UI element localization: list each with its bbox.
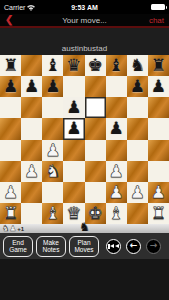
- piece-black-king[interactable]: ♚: [87, 55, 102, 76]
- bottom-toolbar: End Game Make Notes Plan Moves ← →: [0, 233, 169, 259]
- square-f5[interactable]: ♟: [106, 118, 127, 139]
- square-c1[interactable]: ♝: [42, 203, 63, 224]
- square-b1[interactable]: [21, 203, 42, 224]
- opponent-name: austinbustad: [62, 44, 107, 55]
- piece-white-rook[interactable]: ♜: [3, 203, 18, 224]
- piece-black-pawn[interactable]: ♟: [130, 76, 145, 97]
- square-a2[interactable]: ♟: [0, 182, 21, 203]
- piece-black-pawn[interactable]: ♟: [66, 118, 81, 139]
- make-notes-button[interactable]: Make Notes: [36, 236, 66, 257]
- square-d6[interactable]: ♟: [63, 97, 84, 118]
- square-a8[interactable]: ♜: [0, 55, 21, 76]
- piece-black-pawn[interactable]: ♟: [24, 76, 39, 97]
- square-h3[interactable]: [148, 161, 169, 182]
- square-g6[interactable]: [127, 97, 148, 118]
- square-e7[interactable]: [85, 76, 106, 97]
- square-h7[interactable]: ♟: [148, 76, 169, 97]
- piece-white-pawn[interactable]: ♟: [109, 161, 124, 182]
- end-game-button[interactable]: End Game: [3, 236, 33, 257]
- square-b7[interactable]: ♟: [21, 76, 42, 97]
- square-h1[interactable]: ♜: [148, 203, 169, 224]
- chess-board[interactable]: ♜♝♛♚♝♞♜♟♟♟♟♟♟♟♟♟♟♞♟♟♟♟♟♜♝♛♚♝♜: [0, 55, 169, 224]
- piece-black-pawn[interactable]: ♟: [66, 97, 81, 118]
- square-a5[interactable]: [0, 118, 21, 139]
- piece-black-pawn[interactable]: ♟: [109, 118, 124, 139]
- square-b6[interactable]: [21, 97, 42, 118]
- square-f4[interactable]: [106, 140, 127, 161]
- plan-moves-button[interactable]: Plan Moves: [69, 236, 99, 257]
- turn-status-label: Your move...: [0, 16, 169, 25]
- left-arrow-icon: ←: [130, 241, 138, 250]
- square-e1[interactable]: ♚: [85, 203, 106, 224]
- square-e4[interactable]: [85, 140, 106, 161]
- square-g5[interactable]: [127, 118, 148, 139]
- square-e3[interactable]: [85, 161, 106, 182]
- piece-black-knight[interactable]: ♞: [130, 55, 145, 76]
- captured-pieces-strip: ♞♟ +1 ♞: [0, 224, 169, 233]
- square-b5[interactable]: [21, 118, 42, 139]
- square-c2[interactable]: [42, 182, 63, 203]
- piece-black-pawn[interactable]: ♟: [3, 76, 18, 97]
- rewind-icon: [108, 244, 119, 249]
- battery-icon: [151, 4, 165, 10]
- square-c7[interactable]: ♟: [42, 76, 63, 97]
- square-e6[interactable]: [85, 97, 106, 118]
- square-c3[interactable]: ♞: [42, 161, 63, 182]
- square-f3[interactable]: ♟: [106, 161, 127, 182]
- square-d1[interactable]: ♛: [63, 203, 84, 224]
- square-g7[interactable]: ♟: [127, 76, 148, 97]
- square-b4[interactable]: [21, 140, 42, 161]
- piece-white-king[interactable]: ♚: [87, 203, 102, 224]
- chat-button[interactable]: chat: [149, 16, 164, 25]
- square-h2[interactable]: ♟: [148, 182, 169, 203]
- square-d8[interactable]: ♛: [63, 55, 84, 76]
- material-advantage: +1: [17, 226, 24, 232]
- piece-black-pawn[interactable]: ♟: [45, 76, 60, 97]
- square-f2[interactable]: ♟: [106, 182, 127, 203]
- square-f8[interactable]: ♝: [106, 55, 127, 76]
- piece-white-pawn[interactable]: ♟: [3, 182, 18, 203]
- bottom-spacer: [0, 259, 169, 300]
- piece-black-bishop[interactable]: ♝: [45, 55, 60, 76]
- square-e8[interactable]: ♚: [85, 55, 106, 76]
- square-f1[interactable]: ♝: [106, 203, 127, 224]
- opponent-row: austinbustad: [0, 28, 169, 55]
- rewind-to-start-button[interactable]: [106, 239, 121, 254]
- captured-white-knight-icon: ♞: [2, 225, 9, 233]
- piece-white-pawn[interactable]: ♟: [24, 161, 39, 182]
- next-move-button[interactable]: →: [146, 239, 161, 254]
- square-b3[interactable]: ♟: [21, 161, 42, 182]
- nav-bar: ❮ Your move... chat: [0, 14, 169, 26]
- square-h4[interactable]: [148, 140, 169, 161]
- square-d3[interactable]: [63, 161, 84, 182]
- square-d2[interactable]: [63, 182, 84, 203]
- square-b8[interactable]: [21, 55, 42, 76]
- square-f6[interactable]: [106, 97, 127, 118]
- clock-time: 9:53 AM: [0, 4, 169, 11]
- square-e5[interactable]: [85, 118, 106, 139]
- piece-white-queen[interactable]: ♛: [66, 203, 81, 224]
- square-h5[interactable]: [148, 118, 169, 139]
- piece-black-queen[interactable]: ♛: [66, 55, 81, 76]
- square-c4[interactable]: ♟: [42, 140, 63, 161]
- square-a4[interactable]: [0, 140, 21, 161]
- square-g1[interactable]: [127, 203, 148, 224]
- piece-black-bishop[interactable]: ♝: [109, 55, 124, 76]
- square-g4[interactable]: [127, 140, 148, 161]
- square-c5[interactable]: [42, 118, 63, 139]
- square-g3[interactable]: [127, 161, 148, 182]
- piece-white-knight[interactable]: ♞: [45, 161, 60, 182]
- square-c6[interactable]: [42, 97, 63, 118]
- square-h8[interactable]: ♜: [148, 55, 169, 76]
- square-g2[interactable]: ♟: [127, 182, 148, 203]
- piece-black-rook[interactable]: ♜: [3, 55, 18, 76]
- square-h6[interactable]: [148, 97, 169, 118]
- square-b2[interactable]: [21, 182, 42, 203]
- piece-black-pawn[interactable]: ♟: [151, 76, 166, 97]
- captured-white-pawn-icon: ♟: [9, 225, 16, 233]
- piece-white-pawn[interactable]: ♟: [45, 140, 60, 161]
- captured-by-black: ♞♟: [2, 225, 16, 233]
- piece-black-rook[interactable]: ♜: [151, 55, 166, 76]
- square-a1[interactable]: ♜: [0, 203, 21, 224]
- piece-white-bishop[interactable]: ♝: [45, 203, 60, 224]
- square-a7[interactable]: ♟: [0, 76, 21, 97]
- square-g8[interactable]: ♞: [127, 55, 148, 76]
- previous-move-button[interactable]: ←: [126, 239, 141, 254]
- piece-white-rook[interactable]: ♜: [151, 203, 166, 224]
- square-a3[interactable]: [0, 161, 21, 182]
- square-d7[interactable]: [63, 76, 84, 97]
- piece-white-pawn[interactable]: ♟: [109, 182, 124, 203]
- piece-white-pawn[interactable]: ♟: [151, 182, 166, 203]
- piece-white-pawn[interactable]: ♟: [130, 182, 145, 203]
- right-arrow-icon: →: [150, 241, 158, 250]
- square-a6[interactable]: [0, 97, 21, 118]
- square-d4[interactable]: [63, 140, 84, 161]
- square-f7[interactable]: [106, 76, 127, 97]
- square-e2[interactable]: [85, 182, 106, 203]
- square-c8[interactable]: ♝: [42, 55, 63, 76]
- status-bar: Carrier 9:53 AM: [0, 0, 169, 14]
- piece-white-bishop[interactable]: ♝: [109, 203, 124, 224]
- square-d5[interactable]: ♟: [63, 118, 84, 139]
